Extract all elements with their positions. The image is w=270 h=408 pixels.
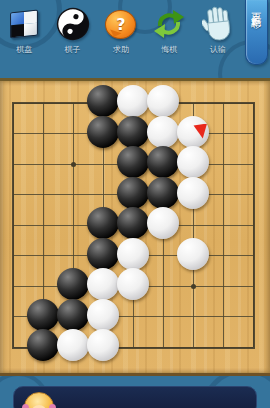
white-stone xyxy=(87,268,119,300)
black-stone xyxy=(117,177,149,209)
more-content-banner[interactable]: 更多精彩 xyxy=(245,0,268,65)
toolbar-button-undo[interactable]: 悔棋 xyxy=(146,4,192,55)
white-stone xyxy=(177,177,209,209)
player-avatar[interactable] xyxy=(24,392,54,408)
black-stone xyxy=(117,146,149,178)
toolbar: 棋盘 棋子 ? 求助 xyxy=(0,4,242,55)
hand-icon xyxy=(202,6,234,42)
black-stone xyxy=(117,116,149,148)
white-stone xyxy=(147,207,179,239)
toolbar-label-help: 求助 xyxy=(113,45,129,55)
white-stone xyxy=(177,238,209,270)
black-stone xyxy=(27,299,59,331)
question-bubble-icon: ? xyxy=(105,10,136,39)
white-stone xyxy=(147,85,179,117)
toolbar-button-board-theme[interactable]: 棋盘 xyxy=(1,4,47,55)
toolbar-label-stones: 棋子 xyxy=(65,45,81,55)
black-stone xyxy=(87,85,119,117)
app-window: 棋盘 棋子 ? 求助 xyxy=(0,0,270,408)
checkerboard-icon xyxy=(10,9,38,38)
go-board[interactable] xyxy=(0,78,270,376)
toolbar-button-stone-theme[interactable]: 棋子 xyxy=(50,4,96,55)
toolbar-label-undo: 悔棋 xyxy=(161,45,177,55)
black-stone xyxy=(27,329,59,361)
player-panel xyxy=(13,386,257,408)
black-stone xyxy=(87,207,119,239)
toolbar-label-resign: 认输 xyxy=(210,45,226,55)
white-stone xyxy=(177,116,209,148)
black-stone xyxy=(87,238,119,270)
white-stone xyxy=(57,329,89,361)
toolbar-label-board: 棋盘 xyxy=(16,45,32,55)
star-point xyxy=(191,284,196,289)
white-stone xyxy=(117,268,149,300)
white-stone xyxy=(117,85,149,117)
white-stone xyxy=(87,329,119,361)
toolbar-button-help[interactable]: ? 求助 xyxy=(98,4,144,55)
black-stone xyxy=(147,146,179,178)
black-stone xyxy=(57,268,89,300)
white-stone xyxy=(117,238,149,270)
last-move-marker xyxy=(193,124,207,139)
black-stone xyxy=(87,116,119,148)
recycle-arrows-icon xyxy=(152,8,186,40)
white-stone xyxy=(87,299,119,331)
black-stone xyxy=(57,299,89,331)
black-stone xyxy=(147,177,179,209)
yinyang-icon xyxy=(56,7,90,41)
white-stone xyxy=(177,146,209,178)
black-stone xyxy=(117,207,149,239)
star-point xyxy=(71,162,76,167)
toolbar-button-resign[interactable]: 认输 xyxy=(195,4,241,55)
white-stone xyxy=(147,116,179,148)
banner-text: 更多精彩 xyxy=(250,4,264,12)
